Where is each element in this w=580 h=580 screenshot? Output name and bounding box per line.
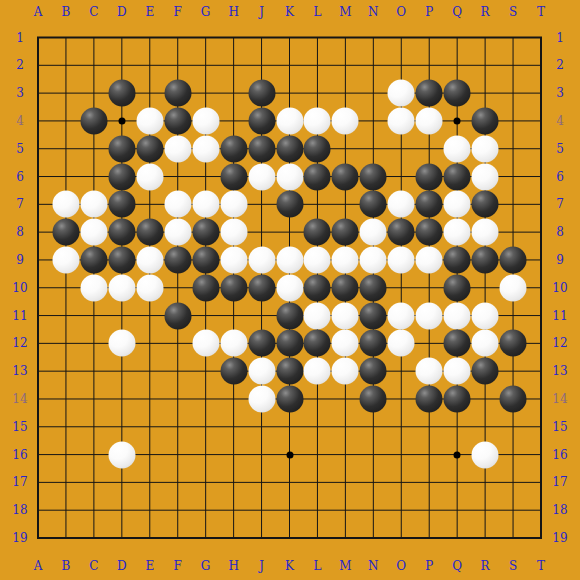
white-stone	[80, 274, 107, 301]
col-label-bottom: C	[89, 560, 98, 572]
white-stone	[304, 107, 331, 134]
white-stone	[108, 330, 135, 357]
col-label-bottom: R	[481, 560, 490, 572]
black-stone	[276, 135, 303, 162]
black-stone	[360, 163, 387, 190]
white-stone	[388, 191, 415, 218]
white-stone	[276, 246, 303, 273]
white-stone	[248, 246, 275, 273]
white-stone	[136, 274, 163, 301]
row-label-left: 3	[16, 87, 24, 99]
black-stone	[248, 135, 275, 162]
col-label-top: D	[117, 6, 127, 18]
white-stone	[472, 163, 499, 190]
black-stone	[444, 330, 471, 357]
white-stone	[332, 107, 359, 134]
black-stone	[108, 135, 135, 162]
col-label-top: R	[481, 6, 490, 18]
white-stone	[472, 441, 499, 468]
white-stone	[444, 358, 471, 385]
col-label-top: B	[62, 6, 71, 18]
row-label-right: 15	[552, 421, 567, 433]
row-label-right: 10	[552, 282, 567, 294]
row-label-right: 13	[552, 365, 567, 377]
row-label-right: 9	[556, 254, 564, 266]
black-stone	[444, 163, 471, 190]
white-stone	[276, 163, 303, 190]
black-stone	[192, 219, 219, 246]
white-stone	[164, 191, 191, 218]
col-label-top: O	[396, 6, 406, 18]
black-stone	[472, 191, 499, 218]
row-label-right: 3	[556, 87, 564, 99]
row-label-left: 9	[16, 254, 24, 266]
black-stone	[416, 385, 443, 412]
star-point	[454, 451, 461, 458]
row-label-right: 18	[552, 504, 567, 516]
black-stone	[416, 219, 443, 246]
black-stone	[472, 358, 499, 385]
white-stone	[220, 219, 247, 246]
col-label-top: A	[34, 6, 43, 18]
black-stone	[416, 191, 443, 218]
black-stone	[164, 107, 191, 134]
black-stone	[220, 358, 247, 385]
black-stone	[108, 246, 135, 273]
row-label-left: 7	[16, 198, 24, 210]
col-label-top: G	[201, 6, 211, 18]
black-stone	[108, 219, 135, 246]
black-stone	[360, 330, 387, 357]
col-label-top: T	[537, 6, 545, 18]
col-label-bottom: H	[228, 560, 238, 572]
black-stone	[416, 163, 443, 190]
white-stone	[416, 302, 443, 329]
col-label-top: N	[368, 6, 379, 18]
white-stone	[444, 219, 471, 246]
white-stone	[304, 246, 331, 273]
white-stone	[360, 219, 387, 246]
black-stone	[276, 385, 303, 412]
col-label-top: H	[228, 6, 238, 18]
white-stone	[332, 358, 359, 385]
white-stone	[500, 274, 527, 301]
white-stone	[388, 302, 415, 329]
col-label-bottom: Q	[452, 560, 462, 572]
col-label-bottom: M	[339, 560, 351, 572]
white-stone	[388, 246, 415, 273]
col-label-bottom: G	[201, 560, 211, 572]
white-stone	[220, 191, 247, 218]
row-label-right: 19	[552, 532, 567, 544]
black-stone	[416, 80, 443, 107]
row-label-left: 6	[16, 171, 24, 183]
white-stone	[444, 302, 471, 329]
black-stone	[444, 385, 471, 412]
white-stone	[192, 191, 219, 218]
white-stone	[416, 107, 443, 134]
white-stone	[416, 246, 443, 273]
row-label-right: 6	[556, 171, 564, 183]
row-label-left: 14	[12, 393, 27, 405]
black-stone	[108, 163, 135, 190]
row-label-left: 12	[12, 337, 27, 349]
black-stone	[220, 163, 247, 190]
col-label-bottom: L	[313, 560, 321, 572]
black-stone	[248, 330, 275, 357]
black-stone	[248, 274, 275, 301]
star-point	[454, 117, 461, 124]
col-label-bottom: A	[34, 560, 43, 572]
row-label-right: 8	[556, 226, 564, 238]
white-stone	[248, 163, 275, 190]
white-stone	[444, 135, 471, 162]
col-label-top: C	[89, 6, 98, 18]
white-stone	[388, 107, 415, 134]
white-stone	[472, 135, 499, 162]
black-stone	[304, 219, 331, 246]
black-stone	[360, 385, 387, 412]
black-stone	[332, 163, 359, 190]
white-stone	[472, 302, 499, 329]
black-stone	[164, 80, 191, 107]
col-label-top: P	[425, 6, 433, 18]
black-stone	[276, 330, 303, 357]
col-label-bottom: F	[174, 560, 182, 572]
row-label-left: 1	[16, 32, 24, 44]
black-stone	[80, 107, 107, 134]
row-label-left: 13	[12, 365, 27, 377]
white-stone	[388, 330, 415, 357]
black-stone	[108, 191, 135, 218]
white-stone	[248, 385, 275, 412]
white-stone	[80, 219, 107, 246]
row-label-left: 19	[12, 532, 27, 544]
black-stone	[360, 274, 387, 301]
col-label-bottom: E	[145, 560, 154, 572]
white-stone	[332, 330, 359, 357]
black-stone	[276, 191, 303, 218]
white-stone	[388, 80, 415, 107]
black-stone	[52, 219, 79, 246]
black-stone	[360, 358, 387, 385]
col-label-top: M	[339, 6, 351, 18]
black-stone	[332, 274, 359, 301]
white-stone	[164, 219, 191, 246]
row-label-left: 17	[12, 476, 27, 488]
black-stone	[192, 274, 219, 301]
row-label-left: 8	[16, 226, 24, 238]
black-stone	[360, 191, 387, 218]
black-stone	[248, 107, 275, 134]
col-label-top: Q	[452, 6, 462, 18]
row-label-right: 11	[552, 310, 567, 322]
row-label-right: 5	[556, 143, 564, 155]
star-point	[286, 451, 293, 458]
black-stone	[108, 80, 135, 107]
white-stone	[472, 330, 499, 357]
white-stone	[220, 330, 247, 357]
black-stone	[388, 219, 415, 246]
white-stone	[192, 107, 219, 134]
white-stone	[52, 246, 79, 273]
black-stone	[304, 163, 331, 190]
black-stone	[220, 135, 247, 162]
white-stone	[136, 163, 163, 190]
col-label-top: K	[285, 6, 294, 18]
black-stone	[472, 246, 499, 273]
row-label-right: 12	[552, 337, 567, 349]
black-stone	[276, 358, 303, 385]
white-stone	[276, 274, 303, 301]
white-stone	[276, 107, 303, 134]
col-label-top: J	[259, 6, 264, 18]
white-stone	[136, 107, 163, 134]
white-stone	[248, 358, 275, 385]
row-label-right: 17	[552, 476, 567, 488]
row-label-left: 4	[16, 115, 24, 127]
black-stone	[304, 330, 331, 357]
row-label-right: 2	[556, 59, 564, 71]
col-label-bottom: B	[62, 560, 71, 572]
col-label-bottom: S	[509, 560, 517, 572]
row-label-right: 16	[552, 449, 567, 461]
white-stone	[192, 330, 219, 357]
row-label-right: 4	[556, 115, 564, 127]
row-label-left: 2	[16, 59, 24, 71]
row-label-left: 16	[12, 449, 27, 461]
white-stone	[444, 191, 471, 218]
black-stone	[444, 274, 471, 301]
col-label-bottom: K	[285, 560, 294, 572]
row-label-left: 15	[12, 421, 27, 433]
white-stone	[164, 135, 191, 162]
col-label-bottom: O	[396, 560, 406, 572]
col-label-bottom: T	[537, 560, 545, 572]
black-stone	[136, 219, 163, 246]
black-stone	[164, 246, 191, 273]
black-stone	[136, 135, 163, 162]
white-stone	[192, 135, 219, 162]
white-stone	[108, 274, 135, 301]
white-stone	[108, 441, 135, 468]
go-board[interactable]: AABBCCDDEEFFGGHHJJKKLLMMNNOOPPQQRRSSTT11…	[0, 0, 580, 580]
black-stone	[360, 302, 387, 329]
white-stone	[332, 246, 359, 273]
white-stone	[52, 191, 79, 218]
black-stone	[304, 274, 331, 301]
col-label-bottom: J	[259, 560, 264, 572]
black-stone	[276, 302, 303, 329]
black-stone	[80, 246, 107, 273]
black-stone	[192, 246, 219, 273]
white-stone	[416, 358, 443, 385]
black-stone	[304, 135, 331, 162]
white-stone	[304, 302, 331, 329]
black-stone	[500, 330, 527, 357]
row-label-left: 5	[16, 143, 24, 155]
black-stone	[444, 246, 471, 273]
col-label-top: F	[174, 6, 182, 18]
col-label-bottom: P	[425, 560, 433, 572]
white-stone	[304, 358, 331, 385]
black-stone	[332, 219, 359, 246]
row-label-left: 10	[12, 282, 27, 294]
black-stone	[500, 246, 527, 273]
black-stone	[248, 80, 275, 107]
white-stone	[332, 302, 359, 329]
white-stone	[220, 246, 247, 273]
white-stone	[360, 246, 387, 273]
black-stone	[500, 385, 527, 412]
col-label-bottom: D	[117, 560, 127, 572]
col-label-top: S	[509, 6, 517, 18]
white-stone	[136, 246, 163, 273]
white-stone	[80, 191, 107, 218]
black-stone	[472, 107, 499, 134]
col-label-top: L	[313, 6, 321, 18]
row-label-right: 1	[556, 32, 564, 44]
black-stone	[220, 274, 247, 301]
col-label-bottom: N	[368, 560, 379, 572]
col-label-top: E	[145, 6, 154, 18]
black-stone	[164, 302, 191, 329]
row-label-left: 11	[12, 310, 27, 322]
white-stone	[472, 219, 499, 246]
row-label-right: 14	[552, 393, 567, 405]
black-stone	[444, 80, 471, 107]
row-label-left: 18	[12, 504, 27, 516]
row-label-right: 7	[556, 198, 564, 210]
star-point	[118, 117, 125, 124]
